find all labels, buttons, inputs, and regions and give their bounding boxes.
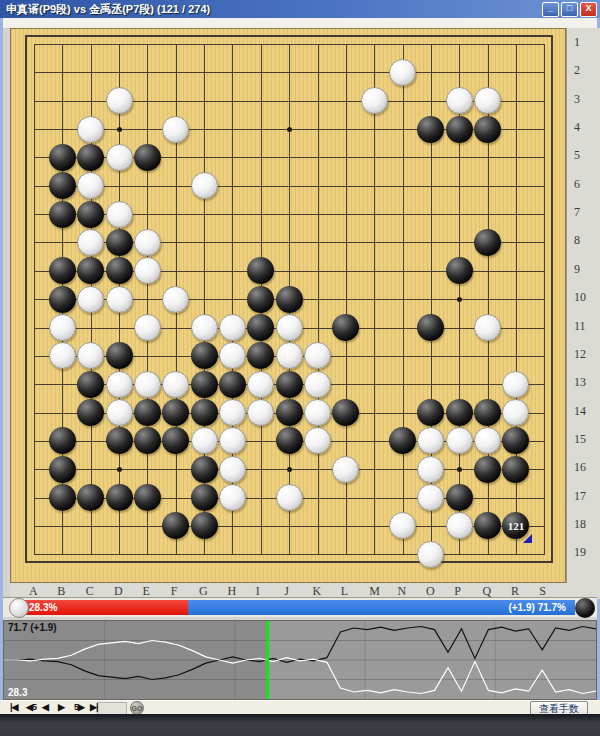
go-board[interactable]: 121 bbox=[10, 28, 566, 583]
grid-line-h bbox=[34, 554, 545, 555]
black-stone bbox=[276, 286, 303, 313]
black-stone bbox=[106, 257, 133, 284]
row-label: 7 bbox=[574, 205, 580, 220]
white-stone bbox=[77, 229, 104, 256]
black-stone bbox=[276, 399, 303, 426]
white-stone bbox=[49, 342, 76, 369]
black-stone bbox=[191, 342, 218, 369]
nav-button-3[interactable]: ▶ bbox=[58, 702, 64, 712]
white-stone bbox=[134, 257, 161, 284]
black-stone-icon bbox=[575, 598, 595, 618]
white-stone bbox=[106, 286, 133, 313]
white-stone bbox=[106, 399, 133, 426]
black-stone bbox=[191, 399, 218, 426]
winrate-trend-plot bbox=[4, 621, 596, 699]
grid-line-v bbox=[374, 44, 375, 555]
white-stone bbox=[276, 314, 303, 341]
black-stone bbox=[191, 456, 218, 483]
black-stone bbox=[474, 116, 501, 143]
current-move-marker[interactable] bbox=[266, 621, 269, 700]
graph-black-winrate-label: 71.7 (+1.9) bbox=[8, 622, 57, 633]
nav-button-4[interactable]: 5▶ bbox=[74, 702, 84, 712]
black-stone bbox=[417, 116, 444, 143]
white-stone bbox=[162, 371, 189, 398]
row-label: 18 bbox=[574, 517, 586, 532]
row-label: 9 bbox=[574, 262, 580, 277]
white-stone bbox=[502, 371, 529, 398]
black-stone bbox=[446, 484, 473, 511]
white-stone bbox=[417, 456, 444, 483]
row-label: 5 bbox=[574, 148, 580, 163]
black-stone bbox=[276, 371, 303, 398]
row-label: 11 bbox=[574, 319, 586, 334]
black-stone bbox=[77, 371, 104, 398]
black-stone bbox=[474, 229, 501, 256]
black-winrate-label: (+1.9) 71.7% bbox=[499, 602, 575, 613]
white-stone bbox=[77, 286, 104, 313]
nav-button-0[interactable]: |◀ bbox=[10, 702, 17, 712]
white-stone bbox=[162, 286, 189, 313]
row-label: 17 bbox=[574, 489, 586, 504]
row-label: 19 bbox=[574, 545, 586, 560]
white-winrate-segment: 28.3% bbox=[20, 600, 188, 615]
white-stone bbox=[304, 399, 331, 426]
grid-line-v bbox=[318, 44, 319, 555]
white-stone bbox=[219, 456, 246, 483]
row-label: 16 bbox=[574, 460, 586, 475]
white-stone bbox=[106, 144, 133, 171]
black-stone bbox=[191, 484, 218, 511]
black-stone bbox=[77, 144, 104, 171]
nav-button-2[interactable]: ◀ bbox=[42, 702, 48, 712]
white-stone bbox=[49, 314, 76, 341]
black-stone bbox=[134, 399, 161, 426]
row-label: 4 bbox=[574, 120, 580, 135]
black-stone bbox=[247, 286, 274, 313]
row-label: 2 bbox=[574, 63, 580, 78]
white-stone bbox=[446, 512, 473, 539]
white-stone bbox=[77, 116, 104, 143]
white-stone bbox=[474, 314, 501, 341]
graph-white-winrate-label: 28.3 bbox=[8, 687, 27, 698]
white-stone bbox=[191, 427, 218, 454]
white-stone bbox=[304, 371, 331, 398]
white-stone bbox=[134, 371, 161, 398]
white-stone bbox=[219, 314, 246, 341]
black-stone bbox=[134, 144, 161, 171]
winrate-bar: 28.3% (+1.9) 71.7% bbox=[3, 597, 597, 617]
black-stone bbox=[134, 484, 161, 511]
black-stone bbox=[77, 201, 104, 228]
black-stone bbox=[49, 144, 76, 171]
row-labels: 12345678910111213141516171819 bbox=[566, 28, 600, 583]
minimize-button[interactable]: _ bbox=[542, 2, 559, 17]
row-label: 13 bbox=[574, 375, 586, 390]
grid-line-v bbox=[403, 44, 404, 555]
playback-controls: GO 查看手数 |◀◀5◀▶5▶▶| bbox=[0, 700, 600, 715]
black-stone bbox=[446, 257, 473, 284]
black-stone bbox=[49, 257, 76, 284]
black-stone bbox=[49, 484, 76, 511]
black-stone bbox=[191, 512, 218, 539]
black-stone bbox=[49, 201, 76, 228]
black-stone bbox=[474, 399, 501, 426]
window-title: 申真谞(P9段) vs 金禹丞(P7段) (121 / 274) bbox=[0, 2, 210, 17]
white-stone bbox=[191, 172, 218, 199]
white-stone bbox=[446, 87, 473, 114]
white-stone bbox=[276, 342, 303, 369]
row-label: 15 bbox=[574, 432, 586, 447]
black-stone bbox=[276, 427, 303, 454]
current-move-number: 121 bbox=[508, 520, 525, 532]
row-label: 3 bbox=[574, 92, 580, 107]
row-label: 14 bbox=[574, 404, 586, 419]
close-button[interactable]: X bbox=[580, 2, 597, 17]
black-stone bbox=[474, 456, 501, 483]
white-stone bbox=[106, 87, 133, 114]
black-stone bbox=[191, 371, 218, 398]
white-stone bbox=[219, 484, 246, 511]
white-stone bbox=[276, 484, 303, 511]
black-stone bbox=[446, 116, 473, 143]
row-label: 12 bbox=[574, 347, 586, 362]
black-winrate-segment: (+1.9) 71.7% bbox=[188, 600, 575, 615]
white-stone bbox=[106, 371, 133, 398]
row-label: 1 bbox=[574, 35, 580, 50]
grid-line-v bbox=[544, 44, 545, 555]
white-stone bbox=[361, 87, 388, 114]
winrate-graph[interactable]: 71.7 (+1.9) 28.3 bbox=[3, 620, 597, 700]
white-stone bbox=[162, 116, 189, 143]
white-stone bbox=[332, 456, 359, 483]
black-stone bbox=[106, 484, 133, 511]
nav-button-1[interactable]: ◀5 bbox=[26, 702, 36, 712]
black-stone bbox=[106, 342, 133, 369]
window-buttons: _ □ X bbox=[542, 2, 597, 17]
black-stone bbox=[49, 286, 76, 313]
go-button[interactable]: GO bbox=[130, 701, 144, 715]
bottom-panel bbox=[0, 714, 600, 736]
row-label: 10 bbox=[574, 290, 586, 305]
white-stone bbox=[389, 59, 416, 86]
black-stone bbox=[49, 172, 76, 199]
white-stone-icon bbox=[9, 598, 29, 618]
black-stone bbox=[49, 456, 76, 483]
black-stone bbox=[106, 229, 133, 256]
white-stone bbox=[446, 427, 473, 454]
row-label: 6 bbox=[574, 177, 580, 192]
black-stone bbox=[446, 399, 473, 426]
title-bar: 申真谞(P9段) vs 金禹丞(P7段) (121 / 274) _ □ X bbox=[0, 0, 600, 18]
black-stone bbox=[106, 427, 133, 454]
white-stone bbox=[106, 201, 133, 228]
nav-button-5[interactable]: ▶| bbox=[90, 702, 97, 712]
row-label: 8 bbox=[574, 233, 580, 248]
white-stone bbox=[247, 371, 274, 398]
white-stone bbox=[417, 541, 444, 568]
white-stone bbox=[134, 229, 161, 256]
white-stone bbox=[191, 314, 218, 341]
white-stone bbox=[134, 314, 161, 341]
black-stone bbox=[219, 371, 246, 398]
maximize-button[interactable]: □ bbox=[561, 2, 578, 17]
black-stone bbox=[502, 456, 529, 483]
white-stone bbox=[219, 399, 246, 426]
